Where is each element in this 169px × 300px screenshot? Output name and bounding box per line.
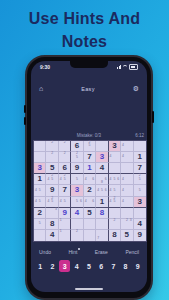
home-indicator[interactable] [75, 288, 103, 290]
volume-down-button [24, 117, 26, 125]
undo-button[interactable]: Undo [39, 249, 51, 255]
given-digit: 1 [138, 153, 142, 161]
user-digit: 3 [100, 153, 104, 161]
cell-r6c6[interactable]: 1 [96, 197, 108, 208]
cell-r9c9[interactable]: 9 [134, 230, 146, 241]
given-digit: 4 [138, 220, 142, 228]
pencil-notes: 5 [34, 219, 45, 229]
pencil-notes: 456 [96, 185, 107, 195]
given-digit: 3 [138, 198, 142, 206]
cell-r9c7[interactable]: 8 [109, 230, 121, 241]
given-digit: 3 [112, 142, 116, 150]
hint-badge [78, 248, 80, 250]
cell-r9c2[interactable]: 4 [46, 230, 58, 241]
cell-r7c9[interactable] [134, 208, 146, 219]
pencil-notes: 2 [59, 152, 70, 162]
cell-r2c3[interactable]: 2 [59, 152, 71, 163]
cell-r9c3[interactable]: 1 [59, 230, 71, 241]
cell-r4c3[interactable]: 245 [59, 174, 71, 185]
given-digit: 2 [87, 186, 91, 194]
power-button [152, 111, 154, 123]
cell-r5c4[interactable]: 3 [71, 185, 83, 196]
pencil-notes: 56 [71, 197, 82, 207]
cell-r7c5[interactable]: 5 [84, 208, 96, 219]
pencil-notes: 4 [121, 152, 132, 162]
cell-r6c3[interactable]: 45 [59, 197, 71, 208]
cell-r1c8[interactable]: 4 [121, 141, 133, 152]
pencil-notes: 5 [134, 185, 146, 195]
cell-r4c1[interactable]: 1 [34, 174, 46, 185]
number-pad: 123456789 [34, 260, 144, 272]
cell-r9c1[interactable] [34, 230, 46, 241]
cell-r3c4[interactable]: 9 [71, 163, 83, 174]
battery-icon [129, 64, 138, 70]
cell-r2c9[interactable]: 1 [134, 152, 146, 163]
cell-r4c7[interactable]: 456 [109, 174, 121, 185]
pencil-notes: 5 [71, 174, 82, 184]
given-digit: 7 [138, 164, 142, 172]
numpad-key-2[interactable]: 2 [47, 260, 58, 272]
cell-r9c5[interactable] [84, 230, 96, 241]
given-digit: 6 [75, 142, 79, 150]
given-digit: 8 [112, 231, 116, 239]
cell-r2c4[interactable]: 25 [71, 152, 83, 163]
given-digit: 1 [37, 175, 41, 183]
pencil-notes: 25 [71, 152, 82, 162]
cell-r5c2[interactable]: 9 [46, 185, 58, 196]
cell-r5c6[interactable]: 456 [96, 185, 108, 196]
volume-up-button [24, 105, 26, 113]
cell-r4c9[interactable]: 25 [134, 174, 146, 185]
user-digit: 3 [75, 186, 79, 194]
cell-r4c8[interactable]: 4 [121, 174, 133, 185]
cell-r4c5[interactable]: 46 [84, 174, 96, 185]
cell-r1c6[interactable] [96, 141, 108, 152]
pencil-notes: 4 [121, 174, 132, 184]
given-digit: 9 [50, 186, 54, 194]
control-bar: UndoHintErasePencil [39, 249, 139, 255]
pencil-notes: 4 [121, 197, 132, 207]
cell-r2c2[interactable]: 2 [46, 152, 58, 163]
given-digit: 7 [62, 186, 66, 194]
cell-r2c1[interactable] [34, 152, 46, 163]
pencil-notes: 245 [59, 174, 70, 184]
pencil-notes: 4 [121, 185, 132, 195]
pencil-notes: 2 [46, 141, 57, 151]
pencil-notes: 45 [34, 197, 45, 207]
cell-r1c5[interactable]: 25 [84, 141, 96, 152]
cell-r6c7[interactable]: 245 [109, 197, 121, 208]
signal-icon [117, 65, 121, 69]
cell-r4c4[interactable]: 5 [71, 174, 83, 185]
pencil-notes: 3 [46, 208, 57, 218]
cell-r3c5[interactable]: 1 [84, 163, 96, 174]
cell-r5c3[interactable]: 7 [59, 185, 71, 196]
cell-r2c8[interactable]: 4 [121, 152, 133, 163]
pencil-notes: 1 [59, 230, 70, 241]
cell-r8c5[interactable] [84, 219, 96, 230]
cell-r5c7[interactable]: 45 [109, 185, 121, 196]
cell-r8c8[interactable]: 23 [121, 219, 133, 230]
pencil-notes: 2 [71, 230, 82, 241]
cell-r5c8[interactable]: 4 [121, 185, 133, 196]
pencil-notes: 45 [109, 185, 120, 195]
pencil-notes: 1 [59, 219, 70, 229]
mistake-counter: Mistake: 0/3 [77, 133, 101, 138]
cell-r6c8[interactable]: 4 [121, 197, 133, 208]
user-digit: 1 [87, 164, 91, 172]
sudoku-board: 2262534222573441356914712452455466845642… [33, 140, 147, 242]
pencil-notes: 456 [109, 174, 120, 184]
pencil-notes: 45 [34, 185, 45, 195]
given-digit: 9 [138, 231, 142, 239]
given-digit: 4 [50, 231, 54, 239]
numpad-key-7[interactable]: 7 [108, 260, 119, 272]
pencil-notes: 46 [84, 197, 95, 207]
cell-r7c1[interactable]: 2 [34, 208, 46, 219]
pencil-notes: 2 [46, 152, 57, 162]
cell-r6c4[interactable]: 56 [71, 197, 83, 208]
numpad-key-6[interactable]: 6 [96, 260, 107, 272]
cell-r6c9[interactable]: 3 [134, 197, 146, 208]
numpad-key-5[interactable]: 5 [84, 260, 95, 272]
numpad-key-9[interactable]: 9 [133, 260, 144, 272]
page-title-line1: Use Hints And [0, 7, 169, 30]
cell-r6c5[interactable]: 46 [84, 197, 96, 208]
given-digit: 1 [100, 198, 104, 206]
cell-r8c1[interactable]: 5 [34, 219, 46, 230]
given-digit: 5 [50, 164, 54, 172]
game-timer: 6:12 [135, 133, 144, 138]
cell-r8c9[interactable]: 4 [134, 219, 146, 230]
hud-row: Mistake: 0/3 6:12 [34, 132, 144, 138]
pencil-notes: 25 [134, 174, 146, 184]
gear-icon[interactable]: ⚙ [133, 84, 139, 94]
cell-r7c2[interactable]: 3 [46, 208, 58, 219]
cell-r2c5[interactable]: 7 [84, 152, 96, 163]
cell-r9c4[interactable]: 2 [71, 230, 83, 241]
phone-mockup: 9:30 ⌂ Easy ⚙ Mistake: 0/3 6:12 22625342… [25, 55, 153, 300]
cell-r7c6[interactable]: 8 [96, 208, 108, 219]
erase-button[interactable]: Erase [95, 249, 108, 255]
notch [70, 61, 108, 68]
given-digit: 5 [87, 209, 91, 217]
given-digit: 5 [125, 231, 129, 239]
page-title-line2: Notes [0, 30, 169, 53]
phone-screen: 9:30 ⌂ Easy ⚙ Mistake: 0/3 6:12 22625342… [31, 61, 147, 292]
pencil-notes: 2 [59, 141, 70, 151]
pencil-notes: 4 [109, 152, 120, 162]
wifi-icon [123, 65, 127, 69]
page-title: Use Hints And Notes [0, 7, 169, 53]
cell-r6c2[interactable]: 245 [46, 197, 58, 208]
cell-r3c1[interactable]: 3 [34, 163, 46, 174]
cell-r8c6[interactable] [96, 219, 108, 230]
user-digit: 4 [75, 209, 79, 217]
pencil-notes: 4 [121, 141, 132, 151]
given-digit: 9 [75, 164, 79, 172]
pencil-notes: 68 [96, 174, 107, 184]
cell-r6c1[interactable]: 45 [34, 197, 46, 208]
difficulty-label: Easy [81, 86, 94, 92]
cell-r9c8[interactable]: 5 [121, 230, 133, 241]
cell-r5c5[interactable]: 2 [84, 185, 96, 196]
pencil-notes: 245 [109, 197, 120, 207]
cell-r4c6[interactable]: 68 [96, 174, 108, 185]
cell-r2c7[interactable]: 4 [109, 152, 121, 163]
numpad-key-3[interactable]: 3 [59, 260, 70, 272]
user-digit: 9 [62, 209, 66, 217]
pencil-notes: 25 [84, 141, 95, 151]
cell-r5c1[interactable]: 45 [34, 185, 46, 196]
pencil-notes: 45 [59, 197, 70, 207]
numpad-key-8[interactable]: 8 [120, 260, 131, 272]
numpad-key-1[interactable]: 1 [35, 260, 46, 272]
cell-r8c2[interactable]: 8 [46, 219, 58, 230]
cell-r1c1[interactable] [34, 141, 46, 152]
cell-r7c4[interactable]: 4 [71, 208, 83, 219]
cell-r4c2[interactable]: 245 [46, 174, 58, 185]
pencil-button[interactable]: Pencil [125, 249, 139, 255]
pencil-notes: 2 [109, 219, 120, 229]
given-digit: 6 [62, 164, 66, 172]
user-digit: 8 [100, 209, 104, 217]
cell-r9c6[interactable]: 7 [96, 230, 108, 241]
marketing-screenshot: Use Hints And Notes 9:30 ⌂ Easy ⚙ [0, 0, 169, 300]
cell-r2c6[interactable]: 3 [96, 152, 108, 163]
numpad-key-4[interactable]: 4 [72, 260, 83, 272]
home-icon[interactable]: ⌂ [39, 84, 43, 94]
given-digit: 7 [87, 153, 91, 161]
cell-r5c9[interactable]: 5 [134, 185, 146, 196]
cell-r3c7[interactable] [109, 163, 121, 174]
given-digit: 2 [37, 209, 41, 217]
cell-r1c9[interactable] [134, 141, 146, 152]
pencil-notes: 245 [46, 197, 57, 207]
pencil-notes: 245 [46, 174, 57, 184]
hint-button[interactable]: Hint [68, 249, 77, 255]
given-digit: 8 [50, 220, 54, 228]
cell-r1c7[interactable]: 3 [109, 141, 121, 152]
pencil-notes: 7 [96, 230, 107, 241]
cell-r3c6[interactable]: 4 [96, 163, 108, 174]
given-digit: 4 [100, 164, 104, 172]
status-time: 9:30 [40, 64, 50, 70]
pencil-notes: 46 [84, 174, 95, 184]
nav-bar: ⌂ Easy ⚙ [31, 83, 147, 95]
cell-r8c7[interactable]: 2 [109, 219, 121, 230]
user-digit: 3 [37, 164, 41, 172]
pencil-notes: 23 [121, 219, 132, 229]
cell-r3c8[interactable] [121, 163, 133, 174]
